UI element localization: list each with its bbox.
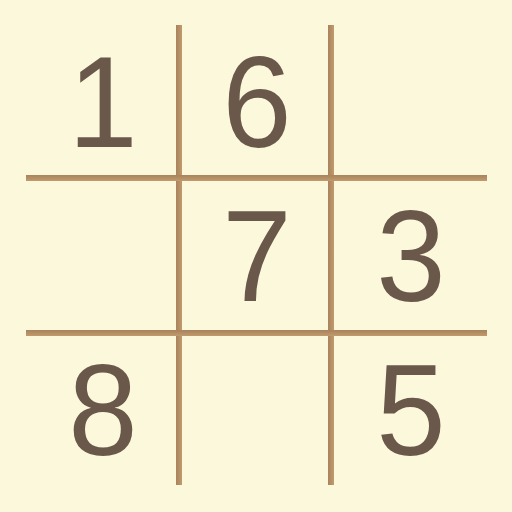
cell-r2c1[interactable] — [28, 179, 176, 333]
cell-grid: 1 6 7 3 8 5 — [25, 25, 487, 487]
cell-r3c2[interactable] — [182, 333, 330, 487]
sudoku-board: 1 6 7 3 8 5 — [0, 0, 512, 512]
cell-r3c1[interactable]: 8 — [28, 333, 176, 487]
cell-r1c2[interactable]: 6 — [182, 25, 330, 179]
cell-r1c3[interactable] — [336, 25, 484, 179]
cell-r3c3[interactable]: 5 — [336, 333, 484, 487]
cell-r1c1[interactable]: 1 — [28, 25, 176, 179]
cell-r2c2[interactable]: 7 — [182, 179, 330, 333]
cell-r2c3[interactable]: 3 — [336, 179, 484, 333]
